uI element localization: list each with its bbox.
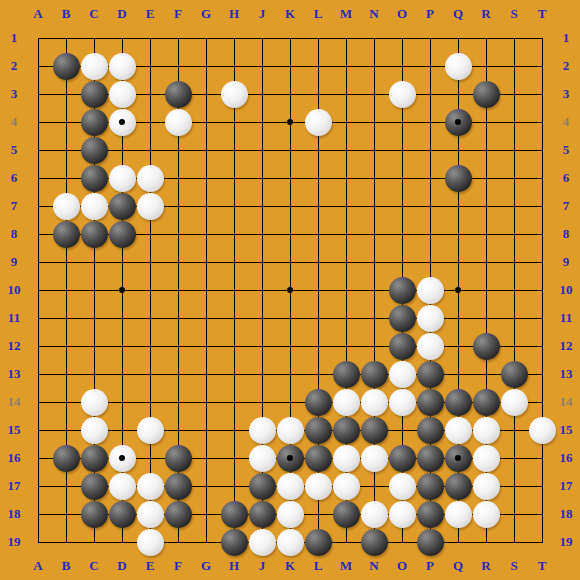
col-label-bottom-C: C — [80, 552, 108, 580]
black-stone-P14 — [417, 389, 444, 416]
black-stone-R12 — [473, 333, 500, 360]
black-stone-P15 — [417, 417, 444, 444]
black-stone-D18 — [109, 501, 136, 528]
row-label-right-9: 9 — [552, 248, 580, 276]
black-stone-J18 — [249, 501, 276, 528]
row-label-right-10: 10 — [552, 276, 580, 304]
col-label-bottom-L: L — [304, 552, 332, 580]
row-labels-right: 12345678910111213141516171819 — [552, 24, 580, 556]
row-label-right-17: 17 — [552, 472, 580, 500]
white-stone-E15 — [137, 417, 164, 444]
black-stone-F16 — [165, 445, 192, 472]
white-stone-S14 — [501, 389, 528, 416]
black-stone-O12 — [389, 333, 416, 360]
column-labels-bottom: ABCDEFGHJKLMNOPQRST — [24, 552, 556, 580]
white-stone-R18 — [473, 501, 500, 528]
star-point-Q10 — [455, 287, 461, 293]
row-label-right-5: 5 — [552, 136, 580, 164]
row-label-right-11: 11 — [552, 304, 580, 332]
black-stone-F17 — [165, 473, 192, 500]
row-label-right-12: 12 — [552, 332, 580, 360]
white-stone-P11 — [417, 305, 444, 332]
white-stone-Q18 — [445, 501, 472, 528]
col-label-bottom-D: D — [108, 552, 136, 580]
white-stone-K18 — [277, 501, 304, 528]
black-stone-C8 — [81, 221, 108, 248]
black-stone-Q6 — [445, 165, 472, 192]
black-stone-B16 — [53, 445, 80, 472]
row-label-right-15: 15 — [552, 416, 580, 444]
col-label-bottom-J: J — [248, 552, 276, 580]
black-stone-N19 — [361, 529, 388, 556]
white-stone-T15 — [529, 417, 556, 444]
white-stone-Q15 — [445, 417, 472, 444]
white-stone-D17 — [109, 473, 136, 500]
row-label-right-13: 13 — [552, 360, 580, 388]
col-label-bottom-B: B — [52, 552, 80, 580]
black-stone-L14 — [305, 389, 332, 416]
white-stone-E18 — [137, 501, 164, 528]
black-stone-C17 — [81, 473, 108, 500]
col-label-bottom-O: O — [388, 552, 416, 580]
white-stone-L17 — [305, 473, 332, 500]
star-point-Q16 — [455, 455, 461, 461]
go-app-window: ABCDEFGHJKLMNOPQRST ABCDEFGHJKLMNOPQRST … — [0, 0, 580, 580]
black-stone-F3 — [165, 81, 192, 108]
col-label-bottom-H: H — [220, 552, 248, 580]
black-stone-M15 — [333, 417, 360, 444]
black-stone-O10 — [389, 277, 416, 304]
black-stone-H19 — [221, 529, 248, 556]
white-stone-Q2 — [445, 53, 472, 80]
white-stone-D3 — [109, 81, 136, 108]
white-stone-D6 — [109, 165, 136, 192]
black-stone-O11 — [389, 305, 416, 332]
row-label-right-8: 8 — [552, 220, 580, 248]
white-stone-C14 — [81, 389, 108, 416]
col-label-bottom-A: A — [24, 552, 52, 580]
white-stone-K19 — [277, 529, 304, 556]
white-stone-O13 — [389, 361, 416, 388]
black-stone-Q14 — [445, 389, 472, 416]
black-stone-P17 — [417, 473, 444, 500]
black-stone-C4 — [81, 109, 108, 136]
black-stone-N13 — [361, 361, 388, 388]
col-label-bottom-F: F — [164, 552, 192, 580]
white-stone-P10 — [417, 277, 444, 304]
col-label-bottom-G: G — [192, 552, 220, 580]
col-label-bottom-M: M — [332, 552, 360, 580]
col-label-bottom-N: N — [360, 552, 388, 580]
black-stone-O16 — [389, 445, 416, 472]
white-stone-K17 — [277, 473, 304, 500]
row-label-right-1: 1 — [552, 24, 580, 52]
black-stone-N15 — [361, 417, 388, 444]
black-stone-P18 — [417, 501, 444, 528]
col-label-bottom-P: P — [416, 552, 444, 580]
row-label-right-16: 16 — [552, 444, 580, 472]
black-stone-S13 — [501, 361, 528, 388]
black-stone-P19 — [417, 529, 444, 556]
row-label-right-19: 19 — [552, 528, 580, 556]
star-point-D4 — [119, 119, 125, 125]
col-label-bottom-T: T — [528, 552, 556, 580]
black-stone-H18 — [221, 501, 248, 528]
white-stone-E17 — [137, 473, 164, 500]
star-point-Q4 — [455, 119, 461, 125]
white-stone-J15 — [249, 417, 276, 444]
white-stone-B7 — [53, 193, 80, 220]
col-label-bottom-S: S — [500, 552, 528, 580]
black-stone-C6 — [81, 165, 108, 192]
black-stone-R14 — [473, 389, 500, 416]
black-stone-L15 — [305, 417, 332, 444]
row-label-right-4: 4 — [552, 108, 580, 136]
star-point-K10 — [287, 287, 293, 293]
white-stone-N16 — [361, 445, 388, 472]
white-stone-E19 — [137, 529, 164, 556]
white-stone-O3 — [389, 81, 416, 108]
black-stone-C16 — [81, 445, 108, 472]
black-stone-J17 — [249, 473, 276, 500]
black-stone-P13 — [417, 361, 444, 388]
white-stone-O18 — [389, 501, 416, 528]
black-stone-Q17 — [445, 473, 472, 500]
white-stone-M16 — [333, 445, 360, 472]
black-stone-C3 — [81, 81, 108, 108]
white-stone-N14 — [361, 389, 388, 416]
black-stone-M18 — [333, 501, 360, 528]
go-board[interactable]: ABCDEFGHJKLMNOPQRST ABCDEFGHJKLMNOPQRST … — [0, 0, 580, 580]
col-label-bottom-E: E — [136, 552, 164, 580]
star-point-D16 — [119, 455, 125, 461]
star-point-D10 — [119, 287, 125, 293]
white-stone-P12 — [417, 333, 444, 360]
star-point-K4 — [287, 119, 293, 125]
row-label-right-14: 14 — [552, 388, 580, 416]
white-stone-C2 — [81, 53, 108, 80]
col-label-bottom-K: K — [276, 552, 304, 580]
white-stone-R15 — [473, 417, 500, 444]
white-stone-R17 — [473, 473, 500, 500]
white-stone-E7 — [137, 193, 164, 220]
white-stone-M14 — [333, 389, 360, 416]
black-stone-C18 — [81, 501, 108, 528]
white-stone-E6 — [137, 165, 164, 192]
white-stone-J16 — [249, 445, 276, 472]
white-stone-M17 — [333, 473, 360, 500]
black-stone-L16 — [305, 445, 332, 472]
white-stone-N18 — [361, 501, 388, 528]
col-label-bottom-Q: Q — [444, 552, 472, 580]
white-stone-O14 — [389, 389, 416, 416]
black-stone-C5 — [81, 137, 108, 164]
white-stone-D2 — [109, 53, 136, 80]
black-stone-R3 — [473, 81, 500, 108]
white-stone-J19 — [249, 529, 276, 556]
black-stone-F18 — [165, 501, 192, 528]
white-stone-F4 — [165, 109, 192, 136]
star-point-K16 — [287, 455, 293, 461]
col-label-bottom-R: R — [472, 552, 500, 580]
black-stone-D7 — [109, 193, 136, 220]
row-label-right-3: 3 — [552, 80, 580, 108]
white-stone-R16 — [473, 445, 500, 472]
white-stone-L4 — [305, 109, 332, 136]
black-stone-L19 — [305, 529, 332, 556]
black-stone-B8 — [53, 221, 80, 248]
row-label-right-7: 7 — [552, 192, 580, 220]
white-stone-K15 — [277, 417, 304, 444]
black-stone-B2 — [53, 53, 80, 80]
row-label-right-18: 18 — [552, 500, 580, 528]
black-stone-D8 — [109, 221, 136, 248]
white-stone-C15 — [81, 417, 108, 444]
black-stone-M13 — [333, 361, 360, 388]
row-label-right-6: 6 — [552, 164, 580, 192]
white-stone-H3 — [221, 81, 248, 108]
black-stone-P16 — [417, 445, 444, 472]
row-label-right-2: 2 — [552, 52, 580, 80]
white-stone-C7 — [81, 193, 108, 220]
white-stone-O17 — [389, 473, 416, 500]
